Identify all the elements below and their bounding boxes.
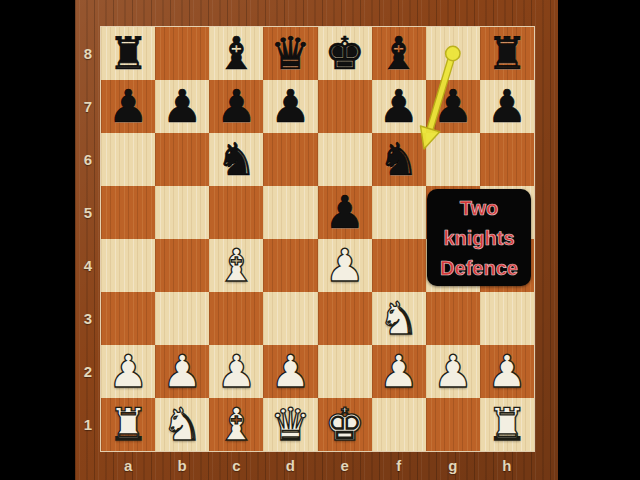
square-h2[interactable]: ♟ <box>480 345 534 398</box>
file-labels: abcdefgh <box>101 451 534 480</box>
square-h6[interactable] <box>480 133 534 186</box>
piece-black-pawn[interactable]: ♟ <box>162 80 202 133</box>
piece-black-pawn[interactable]: ♟ <box>324 186 364 239</box>
square-c3[interactable] <box>209 292 263 345</box>
rank-label-6: 6 <box>75 133 101 186</box>
square-c5[interactable] <box>209 186 263 239</box>
piece-white-pawn[interactable]: ♟ <box>379 345 419 398</box>
square-f8[interactable]: ♝ <box>372 27 426 80</box>
annotation-label: Two knights Defence <box>427 189 531 286</box>
rank-labels: 87654321 <box>75 27 101 451</box>
square-d3[interactable] <box>263 292 317 345</box>
piece-black-pawn[interactable]: ♟ <box>379 80 419 133</box>
annotation-label-line: knights <box>443 223 514 253</box>
square-d5[interactable] <box>263 186 317 239</box>
square-h7[interactable]: ♟ <box>480 80 534 133</box>
file-label-d: d <box>263 451 317 480</box>
square-g1[interactable] <box>426 398 480 451</box>
piece-black-pawn[interactable]: ♟ <box>487 80 527 133</box>
square-a5[interactable] <box>101 186 155 239</box>
square-d2[interactable]: ♟ <box>263 345 317 398</box>
square-f3[interactable]: ♞ <box>372 292 426 345</box>
rank-label-7: 7 <box>75 80 101 133</box>
piece-white-knight[interactable]: ♞ <box>379 292 419 345</box>
rank-label-4: 4 <box>75 239 101 292</box>
square-c8[interactable]: ♝ <box>209 27 263 80</box>
square-d8[interactable]: ♛ <box>263 27 317 80</box>
file-label-e: e <box>318 451 372 480</box>
piece-white-pawn[interactable]: ♟ <box>433 345 473 398</box>
piece-white-knight[interactable]: ♞ <box>162 398 202 451</box>
piece-black-pawn[interactable]: ♟ <box>216 80 256 133</box>
piece-white-pawn[interactable]: ♟ <box>216 345 256 398</box>
file-label-a: a <box>101 451 155 480</box>
square-c6[interactable]: ♞ <box>209 133 263 186</box>
annotation-label-line: Defence <box>440 253 518 283</box>
square-a3[interactable] <box>101 292 155 345</box>
square-g2[interactable]: ♟ <box>426 345 480 398</box>
piece-black-queen[interactable]: ♛ <box>270 27 310 80</box>
square-b6[interactable] <box>155 133 209 186</box>
square-a4[interactable] <box>101 239 155 292</box>
square-d4[interactable] <box>263 239 317 292</box>
square-d6[interactable] <box>263 133 317 186</box>
square-e4[interactable]: ♟ <box>318 239 372 292</box>
square-a1[interactable]: ♜ <box>101 398 155 451</box>
piece-white-bishop[interactable]: ♝ <box>216 239 256 292</box>
piece-white-pawn[interactable]: ♟ <box>108 345 148 398</box>
square-f4[interactable] <box>372 239 426 292</box>
rank-label-5: 5 <box>75 186 101 239</box>
square-c4[interactable]: ♝ <box>209 239 263 292</box>
piece-black-rook[interactable]: ♜ <box>487 27 527 80</box>
square-g6[interactable] <box>426 133 480 186</box>
square-a7[interactable]: ♟ <box>101 80 155 133</box>
square-d7[interactable]: ♟ <box>263 80 317 133</box>
square-f5[interactable] <box>372 186 426 239</box>
rank-label-8: 8 <box>75 27 101 80</box>
piece-black-rook[interactable]: ♜ <box>108 27 148 80</box>
square-e1[interactable]: ♚ <box>318 398 372 451</box>
rank-label-2: 2 <box>75 345 101 398</box>
piece-white-pawn[interactable]: ♟ <box>324 239 364 292</box>
piece-black-pawn[interactable]: ♟ <box>270 80 310 133</box>
file-label-c: c <box>209 451 263 480</box>
square-b7[interactable]: ♟ <box>155 80 209 133</box>
piece-white-pawn[interactable]: ♟ <box>487 345 527 398</box>
piece-black-knight[interactable]: ♞ <box>216 133 256 186</box>
piece-white-pawn[interactable]: ♟ <box>162 345 202 398</box>
square-f6[interactable]: ♞ <box>372 133 426 186</box>
square-d1[interactable]: ♛ <box>263 398 317 451</box>
piece-black-king[interactable]: ♚ <box>324 27 364 80</box>
file-label-g: g <box>426 451 480 480</box>
square-b4[interactable] <box>155 239 209 292</box>
square-c7[interactable]: ♟ <box>209 80 263 133</box>
chess-app-stage: 87654321 abcdefgh ♜♝♛♚♝♜♟♟♟♟♟♟♟♞♞♟♝♟♞♟♟♟… <box>0 0 640 480</box>
square-e8[interactable]: ♚ <box>318 27 372 80</box>
square-c1[interactable]: ♝ <box>209 398 263 451</box>
annotation-label-line: Two <box>460 193 499 223</box>
square-a2[interactable]: ♟ <box>101 345 155 398</box>
piece-black-pawn[interactable]: ♟ <box>433 80 473 133</box>
square-b2[interactable]: ♟ <box>155 345 209 398</box>
file-label-h: h <box>480 451 534 480</box>
square-b8[interactable] <box>155 27 209 80</box>
square-a8[interactable]: ♜ <box>101 27 155 80</box>
square-g7[interactable]: ♟ <box>426 80 480 133</box>
square-e3[interactable] <box>318 292 372 345</box>
square-f7[interactable]: ♟ <box>372 80 426 133</box>
piece-black-knight[interactable]: ♞ <box>379 133 419 186</box>
piece-white-bishop[interactable]: ♝ <box>216 398 256 451</box>
rank-label-1: 1 <box>75 398 101 451</box>
rank-label-3: 3 <box>75 292 101 345</box>
square-e7[interactable] <box>318 80 372 133</box>
piece-white-rook[interactable]: ♜ <box>487 398 527 451</box>
square-g8[interactable] <box>426 27 480 80</box>
square-e5[interactable]: ♟ <box>318 186 372 239</box>
piece-white-queen[interactable]: ♛ <box>270 398 310 451</box>
square-h3[interactable] <box>480 292 534 345</box>
piece-white-rook[interactable]: ♜ <box>108 398 148 451</box>
square-g3[interactable] <box>426 292 480 345</box>
file-label-f: f <box>372 451 426 480</box>
square-c2[interactable]: ♟ <box>209 345 263 398</box>
square-f1[interactable] <box>372 398 426 451</box>
piece-black-bishop[interactable]: ♝ <box>216 27 256 80</box>
square-e2[interactable] <box>318 345 372 398</box>
piece-white-king[interactable]: ♚ <box>324 398 364 451</box>
piece-black-bishop[interactable]: ♝ <box>379 27 419 80</box>
file-label-b: b <box>155 451 209 480</box>
square-h1[interactable]: ♜ <box>480 398 534 451</box>
square-a6[interactable] <box>101 133 155 186</box>
piece-black-pawn[interactable]: ♟ <box>108 80 148 133</box>
square-b3[interactable] <box>155 292 209 345</box>
square-b1[interactable]: ♞ <box>155 398 209 451</box>
square-b5[interactable] <box>155 186 209 239</box>
square-f2[interactable]: ♟ <box>372 345 426 398</box>
square-e6[interactable] <box>318 133 372 186</box>
piece-white-pawn[interactable]: ♟ <box>270 345 310 398</box>
square-h8[interactable]: ♜ <box>480 27 534 80</box>
